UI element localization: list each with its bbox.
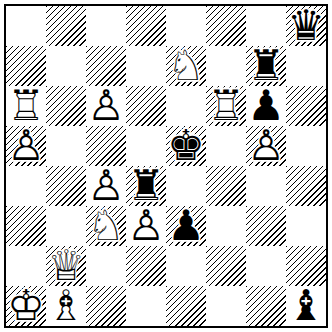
square-e4[interactable] bbox=[166, 166, 206, 206]
black-rook-piece: ♜♜ bbox=[246, 46, 286, 86]
square-a1[interactable]: ♚♔ bbox=[6, 286, 46, 326]
square-b5[interactable] bbox=[46, 126, 86, 166]
square-c1[interactable] bbox=[86, 286, 126, 326]
square-c7[interactable] bbox=[86, 46, 126, 86]
black-pawn-piece: ♟♟ bbox=[246, 86, 286, 126]
chess-board-frame: ♛♛♞♘♜♜♜♖♟♙♜♖♟♟♟♙♚♚♟♙♟♙♜♜♞♘♟♙♟♟♛♕♚♔♝♗♝♝ bbox=[4, 4, 328, 328]
piece-glyph: ♔ bbox=[7, 286, 45, 326]
square-h2[interactable] bbox=[286, 246, 326, 286]
square-e3[interactable]: ♟♟ bbox=[166, 206, 206, 246]
square-f8[interactable] bbox=[206, 6, 246, 46]
white-bishop-piece: ♝♗ bbox=[46, 286, 86, 326]
square-g3[interactable] bbox=[246, 206, 286, 246]
square-e2[interactable] bbox=[166, 246, 206, 286]
square-d7[interactable] bbox=[126, 46, 166, 86]
piece-glyph: ♘ bbox=[87, 206, 125, 246]
piece-glyph: ♙ bbox=[87, 166, 125, 206]
square-a2[interactable] bbox=[6, 246, 46, 286]
square-c3[interactable]: ♞♘ bbox=[86, 206, 126, 246]
square-g6[interactable]: ♟♟ bbox=[246, 86, 286, 126]
piece-glyph: ♟ bbox=[167, 206, 205, 246]
white-pawn-piece: ♟♙ bbox=[246, 126, 286, 166]
square-h5[interactable] bbox=[286, 126, 326, 166]
piece-glyph: ♜ bbox=[247, 46, 285, 86]
square-c2[interactable] bbox=[86, 246, 126, 286]
square-h4[interactable] bbox=[286, 166, 326, 206]
square-f4[interactable] bbox=[206, 166, 246, 206]
square-h7[interactable] bbox=[286, 46, 326, 86]
square-a4[interactable] bbox=[6, 166, 46, 206]
square-d2[interactable] bbox=[126, 246, 166, 286]
square-e1[interactable] bbox=[166, 286, 206, 326]
square-h8[interactable]: ♛♛ bbox=[286, 6, 326, 46]
square-e6[interactable] bbox=[166, 86, 206, 126]
square-f3[interactable] bbox=[206, 206, 246, 246]
square-a6[interactable]: ♜♖ bbox=[6, 86, 46, 126]
black-bishop-piece: ♝♝ bbox=[286, 286, 326, 326]
square-d1[interactable] bbox=[126, 286, 166, 326]
white-rook-piece: ♜♖ bbox=[206, 86, 246, 126]
square-h3[interactable] bbox=[286, 206, 326, 246]
piece-glyph: ♖ bbox=[7, 86, 45, 126]
square-e5[interactable]: ♚♚ bbox=[166, 126, 206, 166]
black-king-piece: ♚♚ bbox=[166, 126, 206, 166]
black-pawn-piece: ♟♟ bbox=[166, 206, 206, 246]
square-d3[interactable]: ♟♙ bbox=[126, 206, 166, 246]
square-a7[interactable] bbox=[6, 46, 46, 86]
piece-glyph: ♟ bbox=[247, 86, 285, 126]
square-d5[interactable] bbox=[126, 126, 166, 166]
square-b7[interactable] bbox=[46, 46, 86, 86]
black-rook-piece: ♜♜ bbox=[126, 166, 166, 206]
piece-glyph: ♜ bbox=[127, 166, 165, 206]
white-pawn-piece: ♟♙ bbox=[86, 86, 126, 126]
piece-glyph: ♙ bbox=[247, 126, 285, 166]
square-b8[interactable] bbox=[46, 6, 86, 46]
piece-glyph: ♙ bbox=[87, 86, 125, 126]
square-b3[interactable] bbox=[46, 206, 86, 246]
square-h1[interactable]: ♝♝ bbox=[286, 286, 326, 326]
square-g5[interactable]: ♟♙ bbox=[246, 126, 286, 166]
piece-glyph: ♝ bbox=[287, 286, 325, 326]
square-h6[interactable] bbox=[286, 86, 326, 126]
piece-glyph: ♗ bbox=[47, 286, 85, 326]
piece-glyph: ♙ bbox=[127, 206, 165, 246]
square-c5[interactable] bbox=[86, 126, 126, 166]
square-g7[interactable]: ♜♜ bbox=[246, 46, 286, 86]
white-rook-piece: ♜♖ bbox=[6, 86, 46, 126]
square-a8[interactable] bbox=[6, 6, 46, 46]
square-e8[interactable] bbox=[166, 6, 206, 46]
square-f1[interactable] bbox=[206, 286, 246, 326]
square-g1[interactable] bbox=[246, 286, 286, 326]
white-pawn-piece: ♟♙ bbox=[126, 206, 166, 246]
white-queen-piece: ♛♕ bbox=[46, 246, 86, 286]
square-b1[interactable]: ♝♗ bbox=[46, 286, 86, 326]
piece-glyph: ♚ bbox=[167, 126, 205, 166]
square-a5[interactable]: ♟♙ bbox=[6, 126, 46, 166]
white-knight-piece: ♞♘ bbox=[166, 46, 206, 86]
piece-glyph: ♕ bbox=[47, 246, 85, 286]
square-c8[interactable] bbox=[86, 6, 126, 46]
square-g2[interactable] bbox=[246, 246, 286, 286]
square-e7[interactable]: ♞♘ bbox=[166, 46, 206, 86]
square-d6[interactable] bbox=[126, 86, 166, 126]
square-c4[interactable]: ♟♙ bbox=[86, 166, 126, 206]
white-pawn-piece: ♟♙ bbox=[6, 126, 46, 166]
piece-glyph: ♛ bbox=[287, 6, 325, 46]
white-king-piece: ♚♔ bbox=[6, 286, 46, 326]
square-f2[interactable] bbox=[206, 246, 246, 286]
black-queen-piece: ♛♛ bbox=[286, 6, 326, 46]
square-a3[interactable] bbox=[6, 206, 46, 246]
white-knight-piece: ♞♘ bbox=[86, 206, 126, 246]
white-pawn-piece: ♟♙ bbox=[86, 166, 126, 206]
square-c6[interactable]: ♟♙ bbox=[86, 86, 126, 126]
square-f5[interactable] bbox=[206, 126, 246, 166]
square-b4[interactable] bbox=[46, 166, 86, 206]
piece-glyph: ♙ bbox=[7, 126, 45, 166]
square-b2[interactable]: ♛♕ bbox=[46, 246, 86, 286]
square-b6[interactable] bbox=[46, 86, 86, 126]
square-d8[interactable] bbox=[126, 6, 166, 46]
square-f6[interactable]: ♜♖ bbox=[206, 86, 246, 126]
square-d4[interactable]: ♜♜ bbox=[126, 166, 166, 206]
piece-glyph: ♖ bbox=[207, 86, 245, 126]
square-g4[interactable] bbox=[246, 166, 286, 206]
square-g8[interactable] bbox=[246, 6, 286, 46]
square-f7[interactable] bbox=[206, 46, 246, 86]
piece-glyph: ♘ bbox=[167, 46, 205, 86]
chess-board: ♛♛♞♘♜♜♜♖♟♙♜♖♟♟♟♙♚♚♟♙♟♙♜♜♞♘♟♙♟♟♛♕♚♔♝♗♝♝ bbox=[6, 6, 326, 326]
